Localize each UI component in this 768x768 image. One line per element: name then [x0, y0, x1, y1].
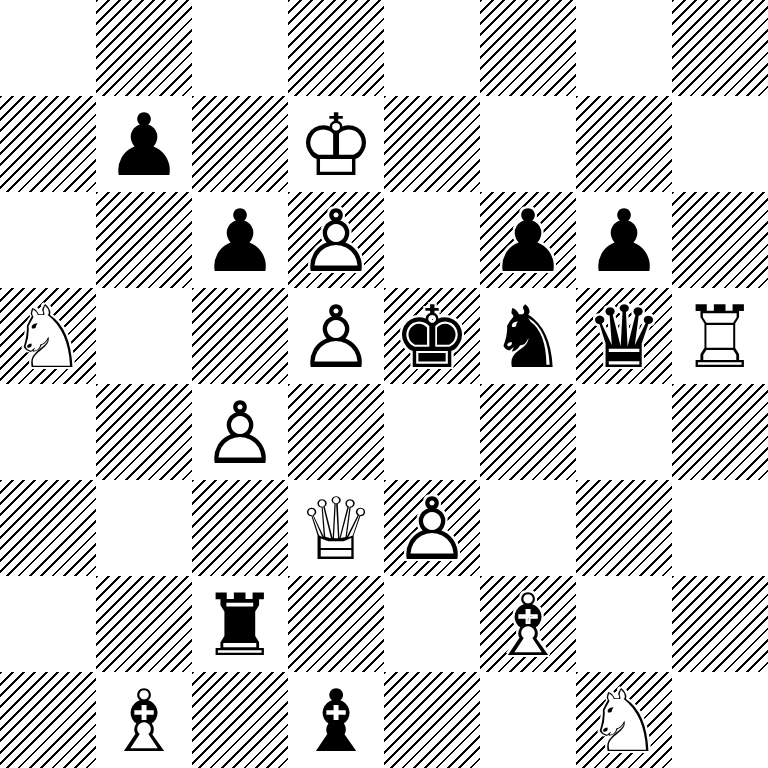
square-g6[interactable]: ♟♟ — [576, 192, 672, 288]
piece-bP-c6[interactable]: ♟♟ — [192, 192, 288, 288]
square-d3[interactable]: ♛♕ — [288, 480, 384, 576]
piece-glyph: ♟ — [576, 192, 672, 288]
piece-bN-f5[interactable]: ♞♞ — [480, 288, 576, 384]
piece-glyph: ♚ — [384, 288, 480, 384]
square-b7[interactable]: ♟♟ — [96, 96, 192, 192]
square-g5[interactable]: ♛♛ — [576, 288, 672, 384]
square-a6[interactable] — [0, 192, 96, 288]
piece-glyph: ♙ — [384, 480, 480, 576]
square-g8[interactable] — [576, 0, 672, 96]
square-d2[interactable] — [288, 576, 384, 672]
square-g1[interactable]: ♞♘ — [576, 672, 672, 768]
piece-wP-d5[interactable]: ♟♙ — [288, 288, 384, 384]
piece-bR-c2[interactable]: ♜♜ — [192, 576, 288, 672]
square-e6[interactable] — [384, 192, 480, 288]
square-e2[interactable] — [384, 576, 480, 672]
piece-glyph: ♝ — [288, 672, 384, 768]
piece-wP-c4[interactable]: ♟♙ — [192, 384, 288, 480]
square-d6[interactable]: ♟♙ — [288, 192, 384, 288]
square-f4[interactable] — [480, 384, 576, 480]
chess-board: ♟♟♚♔♟♟♟♙♟♟♟♟♞♘♟♙♚♚♞♞♛♛♜♖♟♙♛♕♟♙♜♜♝♗♝♗♝♝♞♘ — [0, 0, 768, 768]
square-h2[interactable] — [672, 576, 768, 672]
piece-wK-d7[interactable]: ♚♔ — [288, 96, 384, 192]
piece-bP-f6[interactable]: ♟♟ — [480, 192, 576, 288]
square-a4[interactable] — [0, 384, 96, 480]
square-g7[interactable] — [576, 96, 672, 192]
square-b8[interactable] — [96, 0, 192, 96]
piece-glyph: ♛ — [576, 288, 672, 384]
square-a2[interactable] — [0, 576, 96, 672]
square-e4[interactable] — [384, 384, 480, 480]
square-h8[interactable] — [672, 0, 768, 96]
square-d5[interactable]: ♟♙ — [288, 288, 384, 384]
square-f8[interactable] — [480, 0, 576, 96]
square-c1[interactable] — [192, 672, 288, 768]
piece-glyph: ♙ — [288, 192, 384, 288]
piece-glyph: ♙ — [288, 288, 384, 384]
square-b3[interactable] — [96, 480, 192, 576]
piece-bP-b7[interactable]: ♟♟ — [96, 96, 192, 192]
piece-glyph: ♟ — [192, 192, 288, 288]
piece-wN-a5[interactable]: ♞♘ — [0, 288, 96, 384]
square-g3[interactable] — [576, 480, 672, 576]
square-f5[interactable]: ♞♞ — [480, 288, 576, 384]
piece-wB-b1[interactable]: ♝♗ — [96, 672, 192, 768]
square-b2[interactable] — [96, 576, 192, 672]
piece-glyph: ♟ — [96, 96, 192, 192]
square-f7[interactable] — [480, 96, 576, 192]
piece-wR-h5[interactable]: ♜♖ — [672, 288, 768, 384]
square-b6[interactable] — [96, 192, 192, 288]
square-a7[interactable] — [0, 96, 96, 192]
square-b1[interactable]: ♝♗ — [96, 672, 192, 768]
square-d8[interactable] — [288, 0, 384, 96]
square-e8[interactable] — [384, 0, 480, 96]
square-c8[interactable] — [192, 0, 288, 96]
square-f2[interactable]: ♝♗ — [480, 576, 576, 672]
piece-glyph: ♕ — [288, 480, 384, 576]
square-a5[interactable]: ♞♘ — [0, 288, 96, 384]
square-c6[interactable]: ♟♟ — [192, 192, 288, 288]
square-c2[interactable]: ♜♜ — [192, 576, 288, 672]
piece-wP-e3[interactable]: ♟♙ — [384, 480, 480, 576]
square-f1[interactable] — [480, 672, 576, 768]
piece-glyph: ♘ — [576, 672, 672, 768]
square-d4[interactable] — [288, 384, 384, 480]
piece-glyph: ♘ — [0, 288, 96, 384]
piece-wN-g1[interactable]: ♞♘ — [576, 672, 672, 768]
square-f3[interactable] — [480, 480, 576, 576]
square-a3[interactable] — [0, 480, 96, 576]
piece-bQ-g5[interactable]: ♛♛ — [576, 288, 672, 384]
piece-glyph: ♙ — [192, 384, 288, 480]
piece-glyph: ♗ — [480, 576, 576, 672]
square-c3[interactable] — [192, 480, 288, 576]
square-h3[interactable] — [672, 480, 768, 576]
piece-wP-d6[interactable]: ♟♙ — [288, 192, 384, 288]
piece-bK-e5[interactable]: ♚♚ — [384, 288, 480, 384]
piece-bB-d1[interactable]: ♝♝ — [288, 672, 384, 768]
square-h4[interactable] — [672, 384, 768, 480]
square-d1[interactable]: ♝♝ — [288, 672, 384, 768]
square-h6[interactable] — [672, 192, 768, 288]
square-h5[interactable]: ♜♖ — [672, 288, 768, 384]
piece-glyph: ♖ — [672, 288, 768, 384]
square-h7[interactable] — [672, 96, 768, 192]
square-a8[interactable] — [0, 0, 96, 96]
square-e5[interactable]: ♚♚ — [384, 288, 480, 384]
square-a1[interactable] — [0, 672, 96, 768]
piece-wB-f2[interactable]: ♝♗ — [480, 576, 576, 672]
square-c4[interactable]: ♟♙ — [192, 384, 288, 480]
square-e3[interactable]: ♟♙ — [384, 480, 480, 576]
square-e1[interactable] — [384, 672, 480, 768]
piece-glyph: ♟ — [480, 192, 576, 288]
piece-bP-g6[interactable]: ♟♟ — [576, 192, 672, 288]
square-b4[interactable] — [96, 384, 192, 480]
square-g2[interactable] — [576, 576, 672, 672]
piece-glyph: ♗ — [96, 672, 192, 768]
square-d7[interactable]: ♚♔ — [288, 96, 384, 192]
square-c5[interactable] — [192, 288, 288, 384]
piece-glyph: ♔ — [288, 96, 384, 192]
square-b5[interactable] — [96, 288, 192, 384]
piece-glyph: ♞ — [480, 288, 576, 384]
square-e7[interactable] — [384, 96, 480, 192]
piece-glyph: ♜ — [192, 576, 288, 672]
square-g4[interactable] — [576, 384, 672, 480]
square-f6[interactable]: ♟♟ — [480, 192, 576, 288]
piece-wQ-d3[interactable]: ♛♕ — [288, 480, 384, 576]
square-c7[interactable] — [192, 96, 288, 192]
square-h1[interactable] — [672, 672, 768, 768]
